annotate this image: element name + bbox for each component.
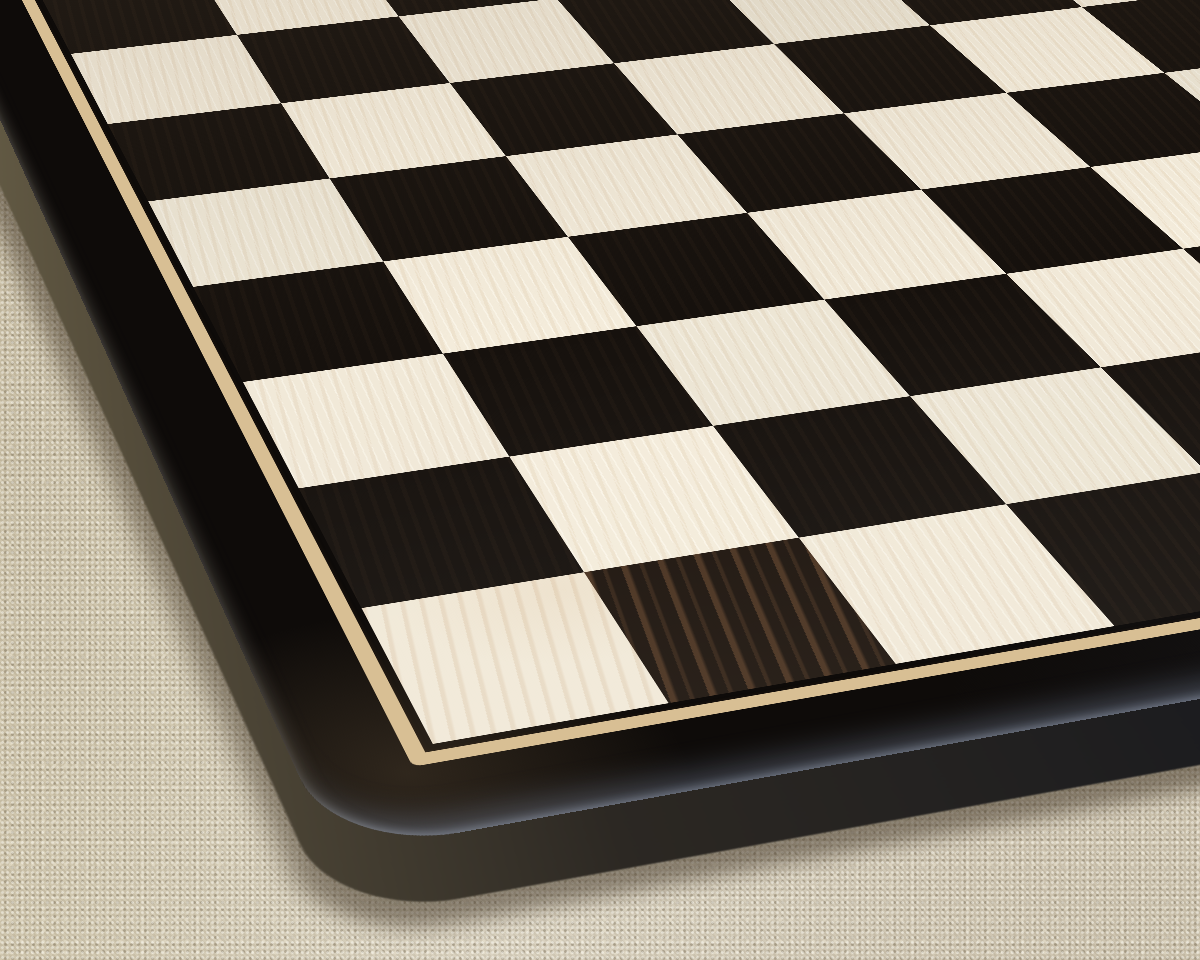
photo-scene bbox=[0, 0, 1200, 960]
